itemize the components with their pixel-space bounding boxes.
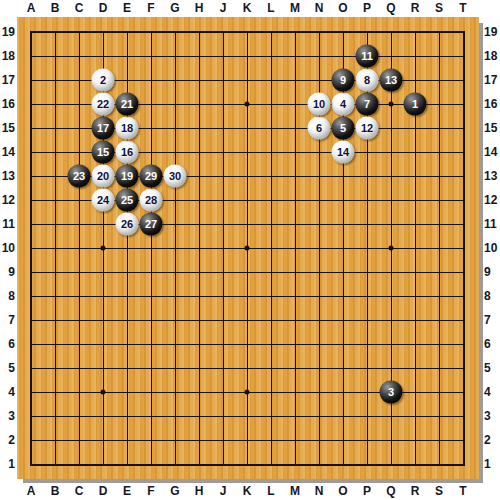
move-number: 6 [316,123,322,134]
col-label-top-Q: Q [386,2,395,14]
col-label-bottom-L: L [267,485,274,497]
move-number: 10 [313,99,325,110]
col-label-top-N: N [315,2,324,14]
stone-white-F12: 28 [140,189,163,212]
stone-white-E15: 18 [116,117,139,140]
move-number: 12 [361,123,373,134]
move-number: 2 [100,75,106,86]
move-number: 16 [121,147,133,158]
row-left-label-3: 3 [0,410,15,422]
col-label-top-H: H [195,2,204,14]
row-right-label-8: 8 [484,290,500,302]
move-number: 20 [97,171,109,182]
row-right-label-7: 7 [484,314,500,326]
move-number: 8 [364,75,370,86]
row-right-label-6: 6 [484,338,500,350]
col-label-bottom-E: E [123,485,131,497]
row-left-label-11: 11 [0,218,15,230]
stone-black-O17: 9 [332,69,355,92]
col-label-top-A: A [27,2,36,14]
stone-black-O15: 5 [332,117,355,140]
row-right-label-1: 1 [484,458,500,470]
stone-white-E11: 26 [116,213,139,236]
row-left-label-7: 7 [0,314,15,326]
move-number: 19 [121,171,133,182]
col-label-bottom-K: K [243,485,252,497]
move-number: 27 [145,219,157,230]
col-label-top-G: G [170,2,179,14]
stone-black-Q17: 13 [380,69,403,92]
col-label-bottom-O: O [338,485,347,497]
row-right-label-5: 5 [484,362,500,374]
col-label-top-D: D [99,2,108,14]
move-number: 3 [388,387,394,398]
stone-black-E13: 19 [116,165,139,188]
go-diagram: 1234567891011121314151617181920212223242… [0,0,500,500]
row-right-label-15: 15 [484,122,500,134]
col-label-bottom-R: R [411,485,420,497]
stone-white-G13: 30 [164,165,187,188]
col-label-bottom-M: M [290,485,300,497]
col-label-top-T: T [459,2,466,14]
col-label-bottom-P: P [363,485,371,497]
stone-black-R16: 1 [404,93,427,116]
star-point-Q10 [389,246,394,251]
move-number: 13 [385,75,397,86]
col-label-bottom-B: B [51,485,60,497]
move-number: 17 [97,123,109,134]
row-left-label-5: 5 [0,362,15,374]
col-label-bottom-J: J [220,485,227,497]
stone-black-P16: 7 [356,93,379,116]
col-label-top-O: O [338,2,347,14]
star-point-K16 [245,102,250,107]
stone-black-E16: 21 [116,93,139,116]
col-label-top-J: J [220,2,227,14]
stone-black-P18: 11 [356,45,379,68]
move-number: 25 [121,195,133,206]
stone-black-F11: 27 [140,213,163,236]
star-point-D4 [101,390,106,395]
row-right-label-9: 9 [484,266,500,278]
stone-white-D17: 2 [92,69,115,92]
move-number: 11 [361,51,373,62]
stone-white-P15: 12 [356,117,379,140]
row-left-label-12: 12 [0,194,15,206]
move-number: 26 [121,219,133,230]
row-left-label-19: 19 [0,26,15,38]
move-number: 30 [169,171,181,182]
col-label-top-M: M [290,2,300,14]
col-label-bottom-N: N [315,485,324,497]
col-label-top-C: C [75,2,84,14]
move-number: 5 [340,123,346,134]
row-right-label-13: 13 [484,170,500,182]
col-label-top-L: L [267,2,274,14]
stone-black-Q4: 3 [380,381,403,404]
star-point-K10 [245,246,250,251]
move-number: 22 [97,99,109,110]
row-left-label-8: 8 [0,290,15,302]
move-number: 4 [340,99,346,110]
col-label-bottom-Q: Q [386,485,395,497]
row-left-label-17: 17 [0,74,15,86]
move-number: 18 [121,123,133,134]
row-right-label-16: 16 [484,98,500,110]
move-number: 14 [337,147,349,158]
stone-black-F13: 29 [140,165,163,188]
col-label-top-P: P [363,2,371,14]
col-label-top-K: K [243,2,252,14]
move-number: 21 [121,99,133,110]
col-label-bottom-T: T [459,485,466,497]
move-number: 23 [73,171,85,182]
stone-white-E14: 16 [116,141,139,164]
row-right-label-2: 2 [484,434,500,446]
stone-white-D16: 22 [92,93,115,116]
col-label-top-F: F [147,2,154,14]
star-point-K4 [245,390,250,395]
row-left-label-10: 10 [0,242,15,254]
stone-black-D15: 17 [92,117,115,140]
stone-white-O16: 4 [332,93,355,116]
move-number: 1 [412,99,418,110]
row-right-label-14: 14 [484,146,500,158]
stone-white-N16: 10 [308,93,331,116]
row-right-label-18: 18 [484,50,500,62]
col-label-top-B: B [51,2,60,14]
row-right-label-17: 17 [484,74,500,86]
move-number: 9 [340,75,346,86]
row-left-label-6: 6 [0,338,15,350]
move-number: 29 [145,171,157,182]
stone-white-D13: 20 [92,165,115,188]
row-right-label-4: 4 [484,386,500,398]
row-right-label-12: 12 [484,194,500,206]
row-left-label-4: 4 [0,386,15,398]
col-label-top-S: S [435,2,443,14]
row-left-label-18: 18 [0,50,15,62]
stone-black-E12: 25 [116,189,139,212]
col-label-bottom-F: F [147,485,154,497]
stone-white-P17: 8 [356,69,379,92]
row-right-label-3: 3 [484,410,500,422]
row-left-label-14: 14 [0,146,15,158]
row-right-label-11: 11 [484,218,500,230]
col-label-top-E: E [123,2,131,14]
row-left-label-1: 1 [0,458,15,470]
col-label-bottom-D: D [99,485,108,497]
move-number: 24 [97,195,109,206]
row-left-label-16: 16 [0,98,15,110]
col-label-bottom-C: C [75,485,84,497]
col-label-bottom-A: A [27,485,36,497]
stone-white-N15: 6 [308,117,331,140]
move-number: 28 [145,195,157,206]
go-board: 1234567891011121314151617181920212223242… [17,17,479,479]
row-left-label-9: 9 [0,266,15,278]
move-number: 15 [97,147,109,158]
star-point-D10 [101,246,106,251]
stone-white-D12: 24 [92,189,115,212]
col-label-bottom-G: G [170,485,179,497]
stone-black-C13: 23 [68,165,91,188]
row-left-label-13: 13 [0,170,15,182]
col-label-top-R: R [411,2,420,14]
stone-white-O14: 14 [332,141,355,164]
row-right-label-19: 19 [484,26,500,38]
move-number: 7 [364,99,370,110]
star-point-Q16 [389,102,394,107]
col-label-bottom-S: S [435,485,443,497]
row-left-label-15: 15 [0,122,15,134]
col-label-bottom-H: H [195,485,204,497]
stone-black-D14: 15 [92,141,115,164]
row-right-label-10: 10 [484,242,500,254]
row-left-label-2: 2 [0,434,15,446]
